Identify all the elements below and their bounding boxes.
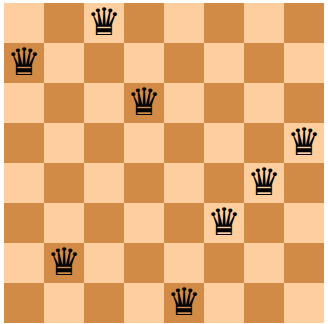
square-c8[interactable]: ♛ xyxy=(84,3,124,43)
square-g1[interactable] xyxy=(244,283,284,323)
square-f3[interactable]: ♛ xyxy=(204,203,244,243)
square-c7[interactable] xyxy=(84,43,124,83)
chessboard: ♛♛♛♛♛♛♛♛ xyxy=(4,3,324,323)
square-e2[interactable] xyxy=(164,243,204,283)
square-a1[interactable] xyxy=(4,283,44,323)
square-f8[interactable] xyxy=(204,3,244,43)
square-c1[interactable] xyxy=(84,283,124,323)
square-c4[interactable] xyxy=(84,163,124,203)
square-g8[interactable] xyxy=(244,3,284,43)
square-h6[interactable] xyxy=(284,83,324,123)
square-d4[interactable] xyxy=(124,163,164,203)
square-f6[interactable] xyxy=(204,83,244,123)
square-f1[interactable] xyxy=(204,283,244,323)
square-a8[interactable] xyxy=(4,3,44,43)
square-c5[interactable] xyxy=(84,123,124,163)
square-h1[interactable] xyxy=(284,283,324,323)
square-f4[interactable] xyxy=(204,163,244,203)
square-h8[interactable] xyxy=(284,3,324,43)
square-d5[interactable] xyxy=(124,123,164,163)
square-b3[interactable] xyxy=(44,203,84,243)
square-c2[interactable] xyxy=(84,243,124,283)
black-queen: ♛ xyxy=(127,82,161,122)
square-d7[interactable] xyxy=(124,43,164,83)
black-queen: ♛ xyxy=(247,162,281,202)
black-queen: ♛ xyxy=(47,242,81,282)
square-g7[interactable] xyxy=(244,43,284,83)
square-e8[interactable] xyxy=(164,3,204,43)
black-queen: ♛ xyxy=(87,2,121,42)
square-b7[interactable] xyxy=(44,43,84,83)
square-a7[interactable]: ♛ xyxy=(4,43,44,83)
page-background: ♛♛♛♛♛♛♛♛ xyxy=(0,0,328,324)
square-d6[interactable]: ♛ xyxy=(124,83,164,123)
square-h5[interactable]: ♛ xyxy=(284,123,324,163)
square-d8[interactable] xyxy=(124,3,164,43)
square-d2[interactable] xyxy=(124,243,164,283)
square-a3[interactable] xyxy=(4,203,44,243)
square-g6[interactable] xyxy=(244,83,284,123)
square-d1[interactable] xyxy=(124,283,164,323)
square-b1[interactable] xyxy=(44,283,84,323)
square-e5[interactable] xyxy=(164,123,204,163)
square-f5[interactable] xyxy=(204,123,244,163)
square-a5[interactable] xyxy=(4,123,44,163)
square-a6[interactable] xyxy=(4,83,44,123)
square-a4[interactable] xyxy=(4,163,44,203)
square-g4[interactable]: ♛ xyxy=(244,163,284,203)
square-g5[interactable] xyxy=(244,123,284,163)
square-h4[interactable] xyxy=(284,163,324,203)
square-d3[interactable] xyxy=(124,203,164,243)
black-queen: ♛ xyxy=(7,42,41,82)
black-queen: ♛ xyxy=(207,202,241,242)
square-f7[interactable] xyxy=(204,43,244,83)
black-queen: ♛ xyxy=(167,282,201,322)
black-queen: ♛ xyxy=(287,122,321,162)
square-a2[interactable] xyxy=(4,243,44,283)
square-b8[interactable] xyxy=(44,3,84,43)
square-b6[interactable] xyxy=(44,83,84,123)
square-b4[interactable] xyxy=(44,163,84,203)
square-c6[interactable] xyxy=(84,83,124,123)
square-f2[interactable] xyxy=(204,243,244,283)
square-b5[interactable] xyxy=(44,123,84,163)
square-b2[interactable]: ♛ xyxy=(44,243,84,283)
square-g2[interactable] xyxy=(244,243,284,283)
square-c3[interactable] xyxy=(84,203,124,243)
square-e3[interactable] xyxy=(164,203,204,243)
square-e1[interactable]: ♛ xyxy=(164,283,204,323)
square-h2[interactable] xyxy=(284,243,324,283)
square-e7[interactable] xyxy=(164,43,204,83)
square-h7[interactable] xyxy=(284,43,324,83)
square-e4[interactable] xyxy=(164,163,204,203)
square-g3[interactable] xyxy=(244,203,284,243)
square-e6[interactable] xyxy=(164,83,204,123)
square-h3[interactable] xyxy=(284,203,324,243)
